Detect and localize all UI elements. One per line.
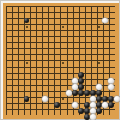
go-board-grid — [5, 5, 120, 120]
board-grid-lines — [6, 6, 116, 116]
star-point — [62, 98, 64, 100]
star-point — [62, 26, 64, 28]
star-point — [26, 62, 28, 64]
go-board[interactable] — [3, 3, 119, 119]
star-point — [26, 26, 28, 28]
board-frame — [0, 0, 120, 120]
star-point — [98, 26, 100, 28]
star-point — [98, 62, 100, 64]
intersection[interactable] — [114, 114, 120, 120]
star-point — [62, 62, 64, 64]
